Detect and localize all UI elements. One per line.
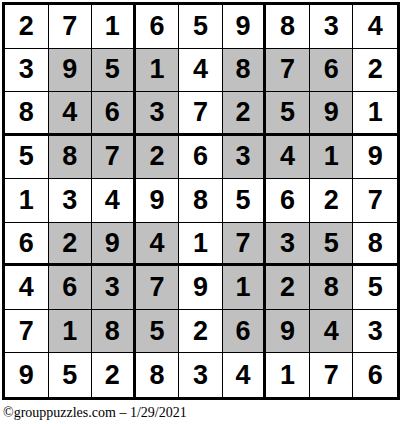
cell-r4c8: 1 [310,136,354,180]
cell-r5c3: 4 [92,179,136,223]
cell-r2c6: 8 [223,49,267,93]
cell-r6c2: 2 [49,223,93,267]
cell-r5c2: 3 [49,179,93,223]
cell-r8c2: 1 [49,310,93,354]
cell-r7c3: 3 [92,266,136,310]
cell-r8c9: 3 [353,310,397,354]
cell-r3c1: 8 [5,92,49,136]
cell-r4c7: 4 [266,136,310,180]
cell-r9c2: 5 [49,353,93,397]
cell-r1c6: 9 [223,5,267,49]
cell-r8c3: 8 [92,310,136,354]
cell-r2c3: 5 [92,49,136,93]
cell-r5c5: 8 [179,179,223,223]
cell-r9c4: 8 [136,353,180,397]
cell-r7c9: 5 [353,266,397,310]
cell-r4c1: 5 [5,136,49,180]
cell-r6c6: 7 [223,223,267,267]
cell-r6c3: 9 [92,223,136,267]
cell-r4c4: 2 [136,136,180,180]
cell-r9c8: 7 [310,353,354,397]
cell-r1c8: 3 [310,5,354,49]
cell-r7c8: 8 [310,266,354,310]
sudoku-board: 2716598343951487628463725915872634191349… [2,2,400,400]
cell-r3c8: 9 [310,92,354,136]
cell-r2c4: 1 [136,49,180,93]
cell-r2c8: 6 [310,49,354,93]
cell-r3c3: 6 [92,92,136,136]
cell-r3c9: 1 [353,92,397,136]
cell-r4c3: 7 [92,136,136,180]
cell-r3c7: 5 [266,92,310,136]
cell-r1c5: 5 [179,5,223,49]
cell-r6c7: 3 [266,223,310,267]
cell-r9c5: 3 [179,353,223,397]
cell-r8c6: 6 [223,310,267,354]
cell-r1c1: 2 [5,5,49,49]
cell-r4c9: 9 [353,136,397,180]
cell-r3c5: 7 [179,92,223,136]
cell-r4c5: 6 [179,136,223,180]
cell-r6c9: 8 [353,223,397,267]
cell-r7c5: 9 [179,266,223,310]
cell-r2c1: 3 [5,49,49,93]
cell-r5c1: 1 [5,179,49,223]
cell-r2c9: 2 [353,49,397,93]
cell-r2c2: 9 [49,49,93,93]
cell-r4c2: 8 [49,136,93,180]
cell-r2c7: 7 [266,49,310,93]
cell-r8c8: 4 [310,310,354,354]
cell-r9c7: 1 [266,353,310,397]
cell-r1c2: 7 [49,5,93,49]
cell-r1c3: 1 [92,5,136,49]
cell-r1c7: 8 [266,5,310,49]
cell-r9c6: 4 [223,353,267,397]
cell-r7c2: 6 [49,266,93,310]
cell-r5c4: 9 [136,179,180,223]
cell-r3c6: 2 [223,92,267,136]
cell-r6c4: 4 [136,223,180,267]
cell-r9c9: 6 [353,353,397,397]
cell-r7c4: 7 [136,266,180,310]
copyright-footer: ©grouppuzzles.com – 1/29/2021 [3,405,187,421]
cell-r6c1: 6 [5,223,49,267]
cell-r5c7: 6 [266,179,310,223]
cell-r7c6: 1 [223,266,267,310]
cell-r3c4: 3 [136,92,180,136]
cell-r1c4: 6 [136,5,180,49]
cell-r8c7: 9 [266,310,310,354]
cell-r5c9: 7 [353,179,397,223]
cell-r9c3: 2 [92,353,136,397]
cell-r8c5: 2 [179,310,223,354]
cell-r6c8: 5 [310,223,354,267]
cell-r9c1: 9 [5,353,49,397]
cell-r8c4: 5 [136,310,180,354]
cell-r5c6: 5 [223,179,267,223]
cell-r6c5: 1 [179,223,223,267]
cell-r3c2: 4 [49,92,93,136]
cell-r8c1: 7 [5,310,49,354]
cell-r5c8: 2 [310,179,354,223]
cell-r4c6: 3 [223,136,267,180]
cell-r2c5: 4 [179,49,223,93]
cell-r1c9: 4 [353,5,397,49]
cell-r7c7: 2 [266,266,310,310]
cell-r7c1: 4 [5,266,49,310]
